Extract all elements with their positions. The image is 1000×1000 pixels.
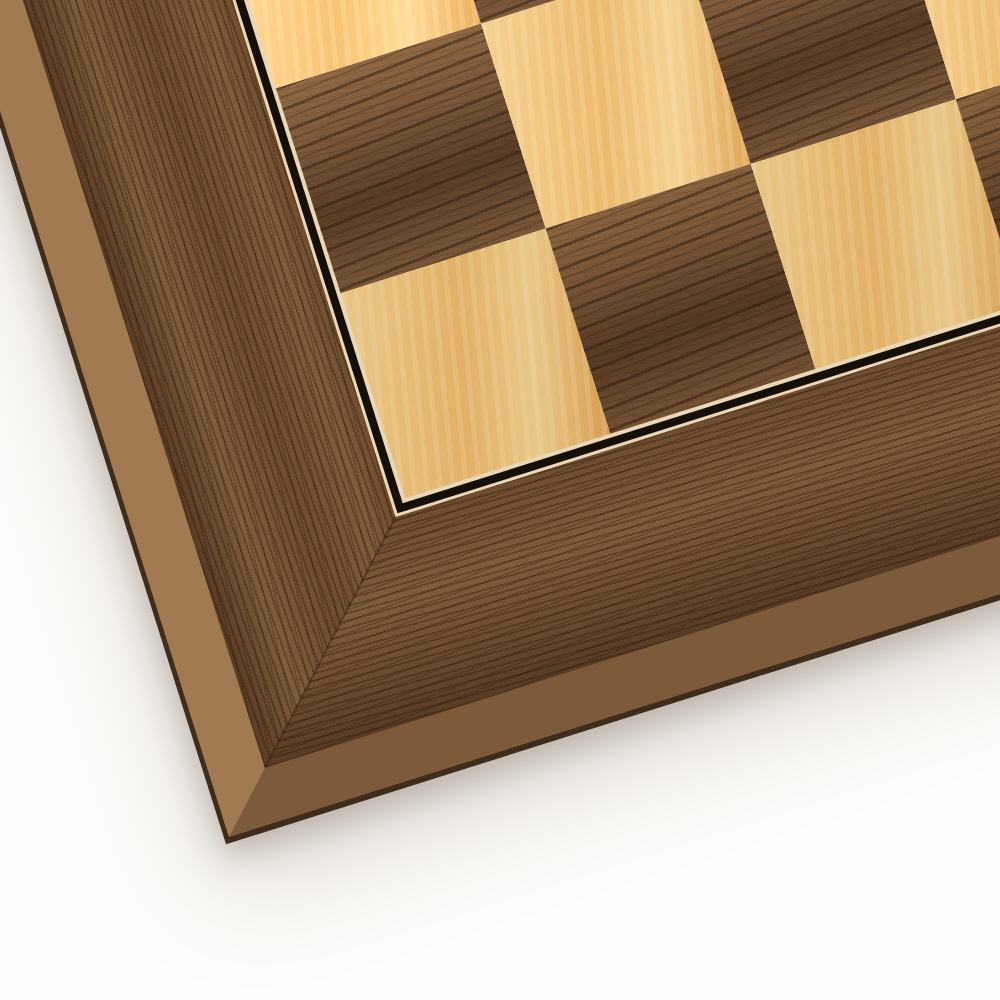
chess-board bbox=[0, 0, 1000, 837]
photo-background bbox=[0, 0, 1000, 1000]
